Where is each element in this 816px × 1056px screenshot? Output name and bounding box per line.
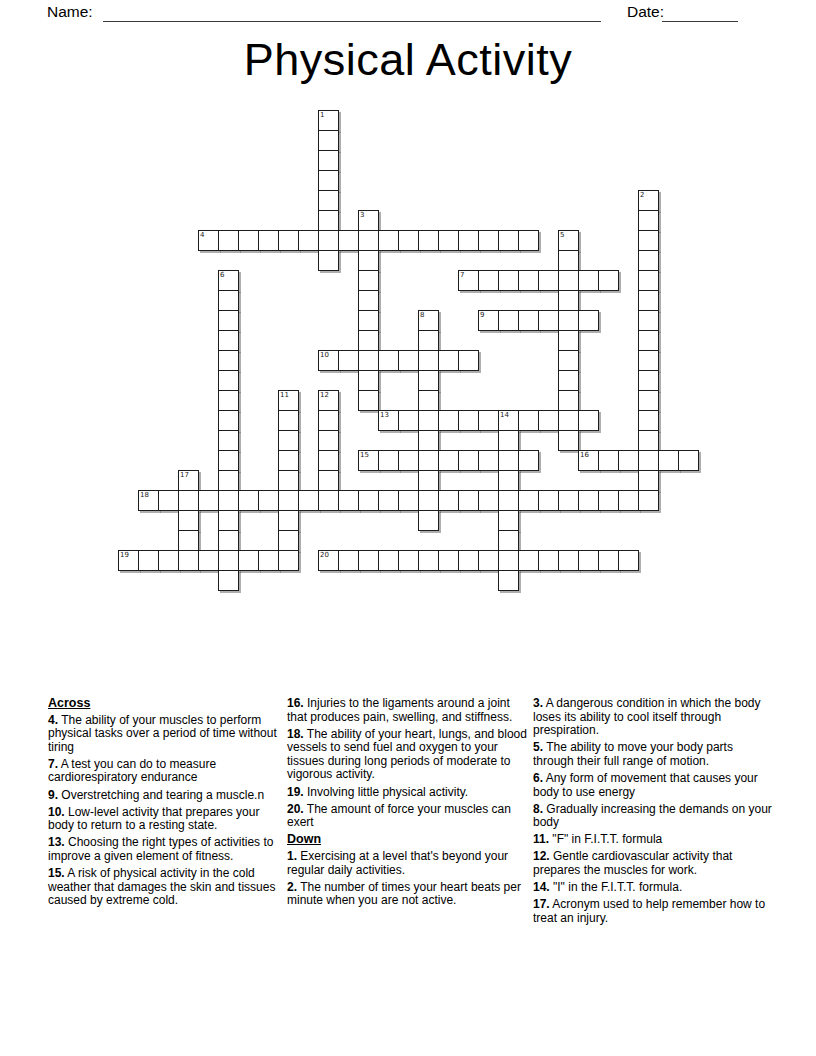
- crossword-cell[interactable]: [278, 230, 299, 251]
- crossword-cell[interactable]: [598, 450, 619, 471]
- clue-number: 15.: [48, 866, 65, 880]
- clue-number: 2.: [287, 880, 297, 894]
- crossword-cell[interactable]: [318, 410, 339, 431]
- clue-text: "F" in F.I.T.T. formula: [549, 832, 662, 846]
- crossword-cell[interactable]: [378, 550, 399, 571]
- crossword-cell[interactable]: [418, 350, 439, 371]
- crossword-cell[interactable]: [338, 550, 359, 571]
- cell-number: 14: [500, 411, 509, 419]
- clues-column-2: 16. Injuries to the ligaments around a j…: [287, 697, 527, 911]
- crossword-cell[interactable]: [578, 490, 599, 511]
- crossword-cell[interactable]: [558, 250, 579, 271]
- crossword-cell[interactable]: [558, 370, 579, 391]
- crossword-cell[interactable]: 14: [498, 410, 519, 431]
- cell-number: 16: [580, 451, 589, 459]
- cell-number: 2: [640, 191, 644, 199]
- crossword-cell[interactable]: [518, 450, 539, 471]
- crossword-cell[interactable]: [318, 150, 339, 171]
- clue-down-6: 6. Any form of movement that causes your…: [533, 772, 773, 799]
- crossword-cell[interactable]: [618, 450, 639, 471]
- crossword-cell[interactable]: [538, 490, 559, 511]
- crossword-cell[interactable]: [498, 270, 519, 291]
- crossword-cell[interactable]: [358, 250, 379, 271]
- crossword-cell[interactable]: [538, 270, 559, 291]
- crossword-cell[interactable]: [178, 490, 199, 511]
- crossword-cell[interactable]: [418, 390, 439, 411]
- crossword-cell[interactable]: [498, 570, 519, 591]
- crossword-cell[interactable]: [498, 490, 519, 511]
- crossword-cell[interactable]: [638, 230, 659, 251]
- crossword-cell[interactable]: [438, 550, 459, 571]
- clue-text: Gentle cardiovascular activity that prep…: [533, 849, 732, 877]
- crossword-cell[interactable]: [558, 550, 579, 571]
- crossword-cell[interactable]: [318, 190, 339, 211]
- crossword-cell[interactable]: [618, 550, 639, 571]
- crossword-cell[interactable]: [278, 430, 299, 451]
- crossword-cell[interactable]: 10: [318, 350, 339, 371]
- crossword-cell[interactable]: [398, 450, 419, 471]
- clue-number: 3.: [533, 696, 543, 710]
- crossword-cell[interactable]: 17: [178, 470, 199, 491]
- clue-across-10: 10. Low-level activity that prepares you…: [48, 806, 288, 833]
- clue-text: A risk of physical activity in the cold …: [48, 866, 275, 907]
- crossword-cell[interactable]: [338, 230, 359, 251]
- crossword-cell[interactable]: [278, 510, 299, 531]
- clue-number: 14.: [533, 880, 550, 894]
- clue-text: The ability to move your body parts thro…: [533, 740, 733, 768]
- crossword-cell[interactable]: [258, 490, 279, 511]
- clue-across-15: 15. A risk of physical activity in the c…: [48, 867, 288, 908]
- crossword-cell[interactable]: [638, 250, 659, 271]
- crossword-cell[interactable]: [458, 350, 479, 371]
- crossword-cell[interactable]: [418, 470, 439, 491]
- crossword-cell[interactable]: [438, 490, 459, 511]
- crossword-cell[interactable]: [218, 290, 239, 311]
- clue-number: 12.: [533, 849, 550, 863]
- crossword-cell[interactable]: [558, 310, 579, 331]
- cell-number: 17: [180, 471, 189, 479]
- crossword-cell[interactable]: [318, 210, 339, 231]
- clue-number: 13.: [48, 835, 65, 849]
- crossword-cell[interactable]: [438, 350, 459, 371]
- crossword-cell[interactable]: [178, 510, 199, 531]
- crossword-cell[interactable]: [558, 350, 579, 371]
- crossword-cell[interactable]: [518, 550, 539, 571]
- crossword-cell[interactable]: [218, 370, 239, 391]
- clue-number: 4.: [48, 713, 58, 727]
- crossword-cell[interactable]: [638, 370, 659, 391]
- crossword-cell[interactable]: [638, 430, 659, 451]
- crossword-cell[interactable]: [418, 430, 439, 451]
- clue-text: Low-level activity that prepares your bo…: [48, 805, 259, 833]
- cell-number: 20: [320, 551, 329, 559]
- crossword-cell[interactable]: [498, 450, 519, 471]
- crossword-cell[interactable]: [478, 450, 499, 471]
- crossword-cell[interactable]: [518, 410, 539, 431]
- crossword-grid: 1234567891011121314151617181920: [118, 110, 700, 592]
- crossword-cell[interactable]: [358, 310, 379, 331]
- crossword-cell[interactable]: [178, 550, 199, 571]
- crossword-cell[interactable]: [638, 210, 659, 231]
- crossword-cell[interactable]: [558, 430, 579, 451]
- cell-number: 9: [480, 311, 484, 319]
- clues-column-1: Across4. The ability of your muscles to …: [48, 697, 288, 911]
- crossword-cell[interactable]: [318, 170, 339, 191]
- clue-number: 18.: [287, 727, 304, 741]
- crossword-cell[interactable]: [478, 550, 499, 571]
- crossword-cell[interactable]: [358, 490, 379, 511]
- crossword-cell[interactable]: [338, 490, 359, 511]
- crossword-cell[interactable]: [578, 270, 599, 291]
- clue-text: Involving little physical activity.: [304, 785, 469, 799]
- cell-number: 11: [280, 391, 289, 399]
- crossword-cell[interactable]: [218, 230, 239, 251]
- crossword-cell[interactable]: [638, 310, 659, 331]
- clue-across-4: 4. The ability of your muscles to perfor…: [48, 714, 288, 755]
- cell-number: 4: [200, 231, 204, 239]
- crossword-cell[interactable]: [518, 310, 539, 331]
- clue-text: The number of times your heart beats per…: [287, 880, 521, 908]
- crossword-cell[interactable]: 8: [418, 310, 439, 331]
- crossword-cell[interactable]: 12: [318, 390, 339, 411]
- clue-across-9: 9. Overstretching and tearing a muscle.n: [48, 789, 288, 803]
- crossword-cell[interactable]: [298, 230, 319, 251]
- crossword-cell[interactable]: [558, 330, 579, 351]
- crossword-cell[interactable]: [378, 230, 399, 251]
- crossword-cell[interactable]: [398, 490, 419, 511]
- across-header: Across: [48, 697, 288, 711]
- crossword-cell[interactable]: [538, 410, 559, 431]
- crossword-cell[interactable]: [218, 410, 239, 431]
- crossword-cell[interactable]: [318, 430, 339, 451]
- crossword-cell[interactable]: [218, 510, 239, 531]
- cell-number: 7: [460, 271, 464, 279]
- cell-number: 6: [220, 271, 224, 279]
- crossword-cell[interactable]: [618, 490, 639, 511]
- crossword-cell[interactable]: [398, 410, 419, 431]
- crossword-cell[interactable]: [418, 450, 439, 471]
- cell-number: 19: [120, 551, 129, 559]
- name-blank-line: [103, 4, 601, 22]
- clue-text: The ability of your muscles to perform p…: [48, 713, 277, 754]
- crossword-cell[interactable]: [478, 410, 499, 431]
- clue-down-2: 2. The number of times your heart beats …: [287, 881, 527, 908]
- crossword-cell[interactable]: [158, 490, 179, 511]
- crossword-cell[interactable]: [638, 290, 659, 311]
- crossword-cell[interactable]: [498, 530, 519, 551]
- crossword-cell[interactable]: [678, 450, 699, 471]
- crossword-cell[interactable]: 13: [378, 410, 399, 431]
- crossword-cell[interactable]: [218, 490, 239, 511]
- clue-down-12: 12. Gentle cardiovascular activity that …: [533, 850, 773, 877]
- crossword-cell[interactable]: [318, 230, 339, 251]
- clue-text: Any form of movement that causes your bo…: [533, 771, 758, 799]
- crossword-cell[interactable]: [358, 550, 379, 571]
- crossword-cell[interactable]: [218, 530, 239, 551]
- clue-down-14: 14. "I" in the F.I.T.T. formula.: [533, 881, 773, 895]
- cell-number: 18: [140, 491, 149, 499]
- crossword-cell[interactable]: [218, 330, 239, 351]
- clue-number: 7.: [48, 757, 58, 771]
- clue-text: Overstretching and tearing a muscle.n: [58, 788, 264, 802]
- crossword-cell[interactable]: [418, 510, 439, 531]
- crossword-cell[interactable]: [318, 130, 339, 151]
- clue-number: 8.: [533, 802, 543, 816]
- crossword-cell[interactable]: [358, 370, 379, 391]
- clue-down-8: 8. Gradually increasing the demands on y…: [533, 803, 773, 830]
- crossword-cell[interactable]: [478, 230, 499, 251]
- crossword-cell[interactable]: [638, 270, 659, 291]
- crossword-cell[interactable]: [218, 350, 239, 371]
- crossword-cell[interactable]: [638, 350, 659, 371]
- crossword-cell[interactable]: [358, 270, 379, 291]
- crossword-cell[interactable]: [218, 570, 239, 591]
- crossword-cell[interactable]: [238, 550, 259, 571]
- crossword-cell[interactable]: [638, 330, 659, 351]
- crossword-cell[interactable]: [338, 350, 359, 371]
- crossword-cell[interactable]: [458, 230, 479, 251]
- crossword-cell[interactable]: [538, 550, 559, 571]
- clue-text: The ability of your heart, lungs, and bl…: [287, 727, 527, 782]
- crossword-cell[interactable]: 6: [218, 270, 239, 291]
- crossword-cell[interactable]: [238, 490, 259, 511]
- clue-number: 11.: [533, 832, 549, 846]
- clue-text: A test you can do to measure cardiorespi…: [48, 757, 216, 785]
- cell-number: 12: [320, 391, 329, 399]
- crossword-cell[interactable]: 1: [318, 110, 339, 131]
- crossword-cell[interactable]: [278, 530, 299, 551]
- crossword-cell[interactable]: 9: [478, 310, 499, 331]
- crossword-cell[interactable]: [158, 550, 179, 571]
- crossword-cell[interactable]: [558, 270, 579, 291]
- worksheet-page: Name: Date: Physical Activity 1234567891…: [0, 0, 816, 1056]
- crossword-cell[interactable]: [258, 230, 279, 251]
- clue-number: 10.: [48, 805, 65, 819]
- crossword-cell[interactable]: [298, 490, 319, 511]
- crossword-cell[interactable]: [398, 230, 419, 251]
- crossword-cell[interactable]: [498, 470, 519, 491]
- clue-text: Acronym used to help remember how to tre…: [533, 897, 765, 925]
- crossword-cell[interactable]: [638, 470, 659, 491]
- clue-number: 19.: [287, 785, 304, 799]
- crossword-cell[interactable]: [458, 490, 479, 511]
- crossword-cell[interactable]: 16: [578, 450, 599, 471]
- crossword-cell[interactable]: [278, 470, 299, 491]
- crossword-cell[interactable]: [458, 450, 479, 471]
- cell-number: 1: [320, 111, 324, 119]
- crossword-cell[interactable]: 15: [358, 450, 379, 471]
- crossword-cell[interactable]: [418, 490, 439, 511]
- clue-down-1: 1. Exercising at a level that's beyond y…: [287, 850, 527, 877]
- crossword-cell[interactable]: [318, 450, 339, 471]
- crossword-cell[interactable]: [638, 490, 659, 511]
- crossword-cell[interactable]: [478, 270, 499, 291]
- cell-number: 13: [380, 411, 389, 419]
- crossword-cell[interactable]: [638, 450, 659, 471]
- crossword-cell[interactable]: [418, 230, 439, 251]
- crossword-cell[interactable]: [598, 270, 619, 291]
- clue-across-13: 13. Choosing the right types of activiti…: [48, 836, 288, 863]
- crossword-cell[interactable]: [218, 310, 239, 331]
- clue-text: "I" in the F.I.T.T. formula.: [550, 880, 683, 894]
- crossword-cell[interactable]: [518, 270, 539, 291]
- clue-number: 16.: [287, 696, 304, 710]
- crossword-cell[interactable]: [278, 490, 299, 511]
- crossword-cell[interactable]: 11: [278, 390, 299, 411]
- crossword-cell[interactable]: [318, 250, 339, 271]
- crossword-cell[interactable]: [258, 550, 279, 571]
- crossword-cell[interactable]: [558, 410, 579, 431]
- crossword-cell[interactable]: [418, 330, 439, 351]
- crossword-cell[interactable]: [498, 510, 519, 531]
- page-title: Physical Activity: [0, 34, 816, 86]
- clue-text: Exercising at a level that's beyond your…: [287, 849, 508, 877]
- clue-number: 5.: [533, 740, 543, 754]
- crossword-cell[interactable]: [318, 490, 339, 511]
- crossword-cell[interactable]: 20: [318, 550, 339, 571]
- crossword-cell[interactable]: [378, 450, 399, 471]
- clue-number: 20.: [287, 802, 304, 816]
- crossword-cell[interactable]: [558, 290, 579, 311]
- crossword-cell[interactable]: [438, 410, 459, 431]
- cell-number: 8: [420, 311, 424, 319]
- crossword-cell[interactable]: 7: [458, 270, 479, 291]
- crossword-cell[interactable]: [478, 490, 499, 511]
- clue-across-16: 16. Injuries to the ligaments around a j…: [287, 697, 527, 724]
- crossword-cell[interactable]: [418, 410, 439, 431]
- crossword-cell[interactable]: [578, 410, 599, 431]
- date-blank-line: [662, 4, 738, 22]
- crossword-cell[interactable]: 2: [638, 190, 659, 211]
- crossword-cell[interactable]: [218, 390, 239, 411]
- crossword-cell[interactable]: [558, 390, 579, 411]
- crossword-cell[interactable]: [358, 230, 379, 251]
- crossword-cell[interactable]: [358, 390, 379, 411]
- crossword-cell[interactable]: [658, 450, 679, 471]
- down-header: Down: [287, 833, 527, 847]
- crossword-cell[interactable]: 18: [138, 490, 159, 511]
- clue-down-17: 17. Acronym used to help remember how to…: [533, 898, 773, 925]
- crossword-cell[interactable]: [398, 350, 419, 371]
- crossword-cell[interactable]: [398, 550, 419, 571]
- crossword-cell[interactable]: [518, 230, 539, 251]
- crossword-cell[interactable]: [218, 550, 239, 571]
- crossword-cell[interactable]: [278, 410, 299, 431]
- crossword-cell[interactable]: [498, 230, 519, 251]
- crossword-cell[interactable]: [278, 550, 299, 571]
- clue-across-19: 19. Involving little physical activity.: [287, 786, 527, 800]
- clue-across-20: 20. The amount of force your muscles can…: [287, 803, 527, 830]
- clues-column-3: 3. A dangerous condition in which the bo…: [533, 697, 773, 929]
- crossword-cell[interactable]: [438, 450, 459, 471]
- cell-number: 10: [320, 351, 329, 359]
- cell-number: 15: [360, 451, 369, 459]
- clue-text: Choosing the right types of activities t…: [48, 835, 273, 863]
- crossword-cell[interactable]: [318, 470, 339, 491]
- crossword-cell[interactable]: [438, 230, 459, 251]
- crossword-cell[interactable]: [538, 310, 559, 331]
- crossword-cell[interactable]: [458, 550, 479, 571]
- crossword-cell[interactable]: [498, 310, 519, 331]
- crossword-cell[interactable]: [598, 550, 619, 571]
- crossword-cell[interactable]: [218, 430, 239, 451]
- clue-down-3: 3. A dangerous condition in which the bo…: [533, 697, 773, 738]
- crossword-cell[interactable]: [598, 490, 619, 511]
- crossword-cell[interactable]: [378, 350, 399, 371]
- crossword-cell[interactable]: [498, 430, 519, 451]
- crossword-cell[interactable]: [558, 490, 579, 511]
- crossword-cell[interactable]: [178, 530, 199, 551]
- crossword-cell[interactable]: [638, 410, 659, 431]
- clue-text: The amount of force your muscles can exe…: [287, 802, 511, 830]
- clue-number: 6.: [533, 771, 543, 785]
- clue-across-7: 7. A test you can do to measure cardiore…: [48, 758, 288, 785]
- clue-down-5: 5. The ability to move your body parts t…: [533, 741, 773, 768]
- crossword-cell[interactable]: [198, 550, 219, 571]
- crossword-cell[interactable]: [218, 470, 239, 491]
- clue-down-11: 11. "F" in F.I.T.T. formula: [533, 833, 773, 847]
- clue-number: 17.: [533, 897, 550, 911]
- clue-text: Injuries to the ligaments around a joint…: [287, 696, 512, 724]
- clue-across-18: 18. The ability of your heart, lungs, an…: [287, 728, 527, 782]
- crossword-cell[interactable]: [198, 490, 219, 511]
- crossword-cell[interactable]: [278, 450, 299, 471]
- crossword-cell[interactable]: [638, 390, 659, 411]
- crossword-cell[interactable]: [418, 550, 439, 571]
- clue-text: A dangerous condition in which the body …: [533, 696, 761, 737]
- crossword-cell[interactable]: [498, 550, 519, 571]
- clue-number: 9.: [48, 788, 58, 802]
- crossword-cell[interactable]: [358, 290, 379, 311]
- cell-number: 3: [360, 211, 364, 219]
- crossword-cell[interactable]: [138, 550, 159, 571]
- crossword-cell[interactable]: [578, 550, 599, 571]
- crossword-cell[interactable]: 3: [358, 210, 379, 231]
- clue-number: 1.: [287, 849, 297, 863]
- crossword-cell[interactable]: [518, 490, 539, 511]
- cell-number: 5: [560, 231, 564, 239]
- crossword-cell[interactable]: [218, 450, 239, 471]
- crossword-cell[interactable]: [578, 310, 599, 331]
- clue-text: Gradually increasing the demands on your…: [533, 802, 772, 830]
- crossword-cell[interactable]: [378, 490, 399, 511]
- crossword-cell[interactable]: 19: [118, 550, 139, 571]
- name-label: Name:: [47, 3, 93, 21]
- crossword-cell[interactable]: 4: [198, 230, 219, 251]
- crossword-cell[interactable]: [238, 230, 259, 251]
- crossword-cell[interactable]: [458, 410, 479, 431]
- date-label: Date:: [627, 3, 664, 21]
- crossword-cell[interactable]: [358, 330, 379, 351]
- crossword-cell[interactable]: [418, 370, 439, 391]
- crossword-cell[interactable]: [358, 350, 379, 371]
- crossword-cell[interactable]: 5: [558, 230, 579, 251]
